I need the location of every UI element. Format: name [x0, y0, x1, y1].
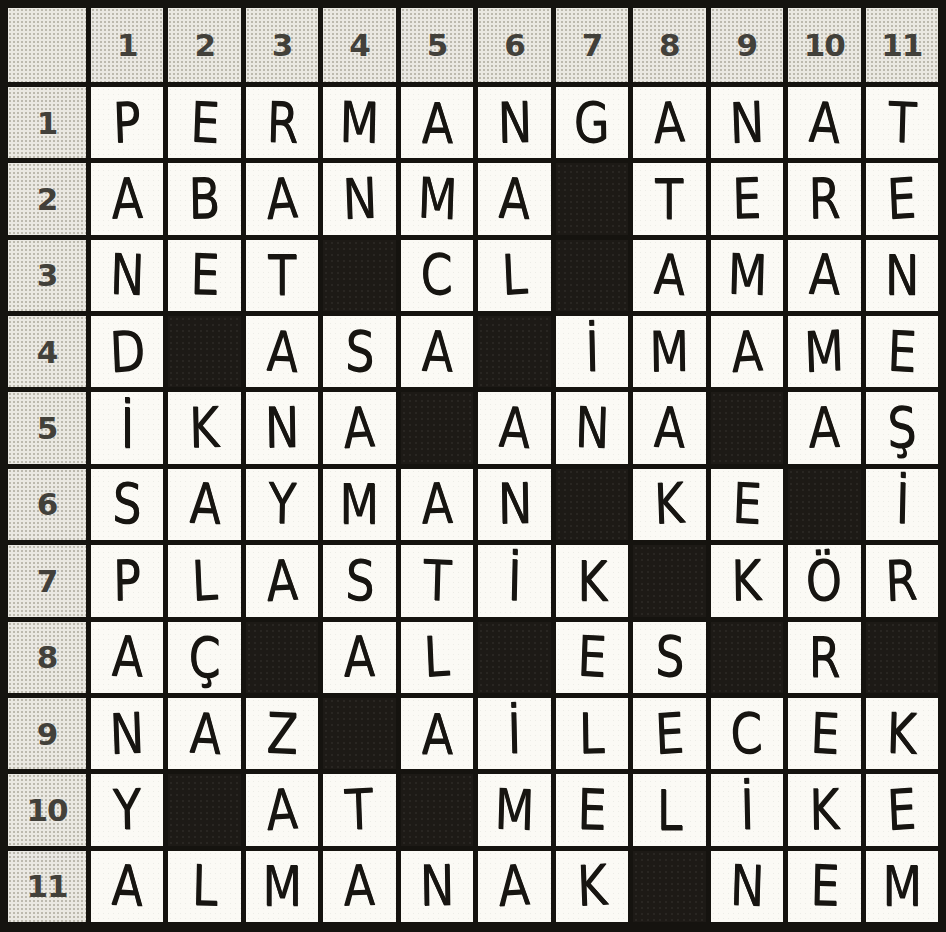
cell-r10-c1[interactable]: Y [91, 774, 163, 845]
handwritten-letter: E [809, 858, 839, 915]
row-header-9: 9 [8, 698, 86, 769]
cell-r9-c2[interactable]: A [168, 698, 240, 769]
cell-r6-c8[interactable]: K [633, 469, 705, 540]
handwritten-letter: M [803, 323, 845, 381]
black-cell-r3-c4 [323, 240, 395, 311]
handwritten-letter: M [262, 858, 302, 914]
cell-r10-c8[interactable]: L [633, 774, 705, 845]
handwritten-letter: A [343, 629, 375, 686]
black-cell-r5-c9 [711, 392, 783, 463]
handwritten-letter: N [728, 94, 764, 152]
handwritten-letter: A [653, 400, 686, 457]
cell-r4-c8[interactable]: M [633, 316, 705, 387]
black-cell-r7-c8 [633, 545, 705, 616]
handwritten-letter: E [809, 705, 840, 762]
cell-r2-c5[interactable]: M [401, 163, 473, 234]
handwritten-letter: P [112, 94, 142, 151]
handwritten-letter: A [111, 171, 144, 228]
col-header-1: 1 [91, 8, 163, 82]
cell-r7-c1[interactable]: P [91, 545, 163, 616]
cell-r3-c2[interactable]: E [168, 240, 240, 311]
handwritten-letter: A [497, 857, 531, 915]
cell-r3-c11[interactable]: N [866, 240, 938, 311]
handwritten-letter: N [497, 476, 532, 533]
handwritten-letter: A [421, 95, 452, 151]
cell-r9-c5[interactable]: A [401, 698, 473, 769]
col-header-3: 3 [246, 8, 318, 82]
cell-r10-c4[interactable]: T [323, 774, 395, 845]
cell-r11-c3[interactable]: M [246, 851, 318, 922]
cell-r9-c7[interactable]: L [556, 698, 628, 769]
handwritten-letter: Z [266, 705, 299, 762]
corner-cell [8, 8, 86, 82]
cell-r4-c10[interactable]: M [788, 316, 860, 387]
row-header-6: 6 [8, 469, 86, 540]
cell-r4-c5[interactable]: A [401, 316, 473, 387]
cell-r2-c6[interactable]: A [478, 163, 550, 234]
cell-r6-c2[interactable]: A [168, 469, 240, 540]
black-cell-r9-c4 [323, 698, 395, 769]
handwritten-letter: E [189, 94, 220, 151]
handwritten-letter: N [729, 858, 765, 915]
handwritten-letter: N [109, 705, 145, 763]
col-header-4: 4 [323, 8, 395, 82]
cell-r6-c11[interactable]: İ [866, 469, 938, 540]
cell-r3-c1[interactable]: N [91, 240, 163, 311]
handwritten-letter: Ö [805, 552, 843, 610]
handwritten-letter: L [500, 247, 528, 305]
cell-r1-c3[interactable]: R [246, 87, 318, 158]
cell-r8-c8[interactable]: S [633, 622, 705, 693]
handwritten-letter: A [652, 94, 686, 152]
handwritten-letter: T [422, 552, 452, 609]
handwritten-letter: A [421, 706, 452, 762]
col-header-2: 2 [168, 8, 240, 82]
cell-r7-c2[interactable]: L [168, 545, 240, 616]
cell-r8-c2[interactable]: Ç [168, 622, 240, 693]
handwritten-letter: S [344, 323, 375, 380]
handwritten-letter: E [653, 705, 684, 763]
cell-r9-c6[interactable]: İ [478, 698, 550, 769]
cell-r8-c7[interactable]: E [556, 622, 628, 693]
cell-r11-c10[interactable]: E [788, 851, 860, 922]
handwritten-letter: L [579, 705, 605, 762]
col-header-8: 8 [633, 8, 705, 82]
cell-r8-c5[interactable]: L [401, 622, 473, 693]
handwritten-letter: M [494, 781, 535, 839]
black-cell-r8-c11 [866, 622, 938, 693]
handwritten-letter: K [577, 553, 607, 609]
handwritten-letter: E [886, 323, 917, 380]
cell-r2-c2[interactable]: B [168, 163, 240, 234]
cell-r6-c6[interactable]: N [478, 469, 550, 540]
cell-r7-c11[interactable]: R [866, 545, 938, 616]
cell-r8-c10[interactable]: R [788, 622, 860, 693]
cell-r1-c9[interactable]: N [711, 87, 783, 158]
row-header-3: 3 [8, 240, 86, 311]
cell-r2-c11[interactable]: E [866, 163, 938, 234]
handwritten-letter: A [188, 476, 221, 533]
handwritten-letter: E [886, 781, 917, 839]
handwritten-letter: N [497, 94, 533, 151]
cell-r9-c10[interactable]: E [788, 698, 860, 769]
cell-r11-c4[interactable]: A [323, 851, 395, 922]
cell-r1-c5[interactable]: A [401, 87, 473, 158]
handwritten-letter: M [649, 323, 689, 380]
cell-r7-c3[interactable]: A [246, 545, 318, 616]
cell-r11-c9[interactable]: N [711, 851, 783, 922]
handwritten-letter: M [416, 170, 458, 228]
handwritten-letter: İ [507, 553, 522, 609]
cell-r5-c11[interactable]: Ş [866, 392, 938, 463]
cell-r2-c4[interactable]: N [323, 163, 395, 234]
cell-r7-c6[interactable]: İ [478, 545, 550, 616]
handwritten-letter: A [653, 247, 686, 305]
cell-r9-c11[interactable]: K [866, 698, 938, 769]
black-cell-r10-c5 [401, 774, 473, 845]
black-cell-r10-c2 [168, 774, 240, 845]
cell-r5-c10[interactable]: A [788, 392, 860, 463]
handwritten-letter: A [421, 476, 454, 533]
handwritten-letter: L [191, 858, 218, 915]
col-header-10: 10 [788, 8, 860, 82]
cell-r11-c11[interactable]: M [866, 851, 938, 922]
cell-r11-c7[interactable]: K [556, 851, 628, 922]
handwritten-letter: Y [268, 476, 297, 533]
black-cell-r5-c5 [401, 392, 473, 463]
black-cell-r8-c6 [478, 622, 550, 693]
handwritten-letter: A [265, 170, 299, 228]
handwritten-letter: A [265, 552, 298, 610]
crossword-grid: 12345678910111PERMANGANAT2ABANMATERE3NET… [0, 0, 946, 932]
cell-r1-c1[interactable]: P [91, 87, 163, 158]
cell-r4-c11[interactable]: E [866, 316, 938, 387]
col-header-5: 5 [401, 8, 473, 82]
handwritten-letter: N [885, 247, 919, 303]
col-header-7: 7 [556, 8, 628, 82]
handwritten-letter: M [882, 858, 922, 914]
cell-r3-c5[interactable]: C [401, 240, 473, 311]
handwritten-letter: Ç [189, 629, 221, 685]
cell-r9-c9[interactable]: C [711, 698, 783, 769]
cell-r4-c9[interactable]: A [711, 316, 783, 387]
cell-r8-c4[interactable]: A [323, 622, 395, 693]
handwritten-letter: C [730, 705, 764, 763]
handwritten-letter: R [808, 629, 840, 685]
cell-r4-c1[interactable]: D [91, 316, 163, 387]
row-header-5: 5 [8, 392, 86, 463]
cell-r4-c4[interactable]: S [323, 316, 395, 387]
handwritten-letter: M [726, 247, 767, 305]
handwritten-letter: E [886, 170, 917, 228]
handwritten-letter: L [423, 628, 451, 686]
cell-r1-c10[interactable]: A [788, 87, 860, 158]
handwritten-letter: R [266, 94, 299, 151]
cell-r11-c2[interactable]: L [168, 851, 240, 922]
handwritten-letter: A [421, 323, 454, 380]
handwritten-letter: K [731, 553, 762, 610]
handwritten-letter: A [111, 629, 144, 686]
handwritten-letter: L [657, 782, 683, 838]
cell-r9-c1[interactable]: N [91, 698, 163, 769]
handwritten-letter: A [730, 323, 764, 381]
handwritten-letter: N [109, 247, 145, 304]
handwritten-letter: A [266, 323, 299, 381]
cell-r6-c9[interactable]: E [711, 469, 783, 540]
handwritten-letter: A [808, 247, 841, 304]
handwritten-letter: K [886, 705, 918, 762]
handwritten-letter: M [340, 476, 380, 532]
handwritten-letter: P [113, 553, 141, 610]
col-header-6: 6 [478, 8, 550, 82]
handwritten-letter: E [577, 781, 607, 838]
cell-r1-c4[interactable]: M [323, 87, 395, 158]
handwritten-letter: A [343, 858, 376, 915]
cell-r7-c9[interactable]: K [711, 545, 783, 616]
cell-r1-c2[interactable]: E [168, 87, 240, 158]
cell-r5-c2[interactable]: K [168, 392, 240, 463]
cell-r1-c11[interactable]: T [866, 87, 938, 158]
black-cell-r4-c2 [168, 316, 240, 387]
handwritten-letter: S [344, 552, 375, 609]
cell-r10-c7[interactable]: E [556, 774, 628, 845]
handwritten-letter: B [188, 171, 220, 228]
handwritten-letter: İ [507, 705, 522, 761]
cell-r4-c7[interactable]: İ [556, 316, 628, 387]
handwritten-letter: S [112, 476, 143, 533]
handwritten-letter: N [574, 399, 610, 456]
handwritten-letter: R [885, 552, 919, 610]
cell-r6-c4[interactable]: M [323, 469, 395, 540]
handwritten-letter: İ [120, 400, 134, 456]
handwritten-letter: T [344, 781, 374, 838]
handwritten-letter: Ş [887, 400, 917, 457]
handwritten-letter: A [498, 170, 531, 227]
handwritten-letter: K [653, 476, 685, 534]
handwritten-letter: E [190, 247, 220, 304]
handwritten-letter: T [655, 171, 683, 227]
cell-r1-c7[interactable]: G [556, 87, 628, 158]
cell-r10-c6[interactable]: M [478, 774, 550, 845]
cell-r5-c3[interactable]: N [246, 392, 318, 463]
row-header-8: 8 [8, 622, 86, 693]
row-header-11: 11 [8, 851, 86, 922]
handwritten-letter: R [808, 171, 841, 228]
handwritten-letter: M [339, 94, 380, 151]
cell-r2-c10[interactable]: R [788, 163, 860, 234]
cell-r5-c1[interactable]: İ [91, 392, 163, 463]
cell-r11-c5[interactable]: N [401, 851, 473, 922]
black-cell-r8-c3 [246, 622, 318, 693]
cell-r7-c10[interactable]: Ö [788, 545, 860, 616]
handwritten-letter: G [574, 94, 610, 151]
cell-r7-c5[interactable]: T [401, 545, 473, 616]
cell-r9-c8[interactable]: E [633, 698, 705, 769]
cell-r7-c7[interactable]: K [556, 545, 628, 616]
handwritten-letter: T [268, 247, 296, 303]
handwritten-letter: C [421, 247, 454, 304]
cell-r7-c4[interactable]: S [323, 545, 395, 616]
handwritten-letter: T [887, 94, 917, 151]
cell-r2-c9[interactable]: E [711, 163, 783, 234]
cell-r2-c3[interactable]: A [246, 163, 318, 234]
col-header-9: 9 [711, 8, 783, 82]
cell-r1-c8[interactable]: A [633, 87, 705, 158]
handwritten-letter: S [654, 629, 685, 686]
cell-r6-c3[interactable]: Y [246, 469, 318, 540]
cell-r10-c9[interactable]: İ [711, 774, 783, 845]
black-cell-r2-c7 [556, 163, 628, 234]
handwritten-letter: İ [584, 324, 599, 380]
cell-r5-c8[interactable]: A [633, 392, 705, 463]
handwritten-letter: K [809, 782, 840, 839]
handwritten-letter: N [264, 400, 299, 457]
row-header-10: 10 [8, 774, 86, 845]
handwritten-letter: A [265, 781, 299, 839]
black-cell-r3-c7 [556, 240, 628, 311]
handwritten-letter: K [576, 858, 608, 916]
handwritten-letter: A [188, 705, 221, 763]
handwritten-letter: K [189, 400, 220, 457]
handwritten-letter: Y [112, 782, 141, 839]
cell-r2-c8[interactable]: T [633, 163, 705, 234]
cell-r6-c1[interactable]: S [91, 469, 163, 540]
handwritten-letter: E [732, 476, 763, 533]
cell-r9-c3[interactable]: Z [246, 698, 318, 769]
cell-r11-c1[interactable]: A [91, 851, 163, 922]
cell-r5-c6[interactable]: A [478, 392, 550, 463]
handwritten-letter: İ [739, 782, 754, 838]
col-header-11: 11 [866, 8, 938, 82]
cell-r10-c3[interactable]: A [246, 774, 318, 845]
cell-r5-c7[interactable]: N [556, 392, 628, 463]
cell-r3-c10[interactable]: A [788, 240, 860, 311]
handwritten-letter: A [808, 400, 841, 457]
cell-r6-c5[interactable]: A [401, 469, 473, 540]
cell-r10-c10[interactable]: K [788, 774, 860, 845]
handwritten-letter: N [419, 858, 454, 915]
handwritten-letter: A [111, 858, 144, 915]
cell-r4-c3[interactable]: A [246, 316, 318, 387]
row-header-4: 4 [8, 316, 86, 387]
handwritten-letter: D [108, 323, 146, 381]
handwritten-letter: A [342, 399, 376, 457]
black-cell-r6-c7 [556, 469, 628, 540]
black-cell-r4-c6 [478, 316, 550, 387]
cell-r11-c6[interactable]: A [478, 851, 550, 922]
handwritten-letter: İ [895, 476, 910, 532]
cell-r5-c4[interactable]: A [323, 392, 395, 463]
cell-r1-c6[interactable]: N [478, 87, 550, 158]
handwritten-letter: N [341, 170, 377, 228]
cell-r3-c6[interactable]: L [478, 240, 550, 311]
cell-r3-c9[interactable]: M [711, 240, 783, 311]
handwritten-letter: E [732, 171, 762, 228]
handwritten-letter: A [498, 399, 531, 457]
cell-r2-c1[interactable]: A [91, 163, 163, 234]
cell-r10-c11[interactable]: E [866, 774, 938, 845]
cell-r8-c1[interactable]: A [91, 622, 163, 693]
cell-r3-c3[interactable]: T [246, 240, 318, 311]
cell-r3-c8[interactable]: A [633, 240, 705, 311]
handwritten-letter: L [190, 552, 218, 610]
row-header-7: 7 [8, 545, 86, 616]
black-cell-r6-c10 [788, 469, 860, 540]
handwritten-letter: E [577, 628, 608, 685]
black-cell-r11-c8 [633, 851, 705, 922]
row-header-1: 1 [8, 87, 86, 158]
handwritten-letter: A [808, 94, 841, 152]
black-cell-r8-c9 [711, 622, 783, 693]
row-header-2: 2 [8, 163, 86, 234]
